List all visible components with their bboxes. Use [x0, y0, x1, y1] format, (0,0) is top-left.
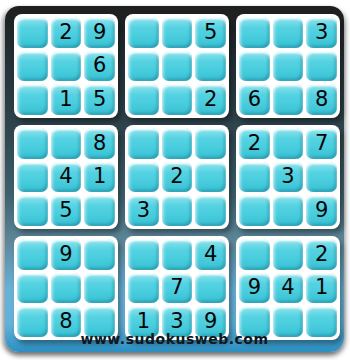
cell-r4c1[interactable]: [17, 128, 48, 159]
cell-r4c6[interactable]: [195, 128, 226, 159]
cell-r2c5[interactable]: [162, 51, 193, 82]
cell-r1c6[interactable]: 5: [195, 17, 226, 48]
website-url[interactable]: www.sudokusweb.com: [80, 331, 268, 347]
cell-r7c2[interactable]: 9: [51, 239, 82, 270]
cell-r2c3[interactable]: 6: [84, 51, 115, 82]
cell-r3c9[interactable]: 8: [306, 84, 337, 115]
cell-r2c9[interactable]: [306, 51, 337, 82]
cell-r4c7[interactable]: 2: [239, 128, 270, 159]
cell-r3c1[interactable]: [17, 84, 48, 115]
cell-r8c7[interactable]: 9: [239, 273, 270, 304]
cell-r5c8[interactable]: 3: [273, 162, 304, 193]
cell-r2c7[interactable]: [239, 51, 270, 82]
cell-r6c5[interactable]: [162, 195, 193, 226]
cell-r5c3[interactable]: 1: [84, 162, 115, 193]
cell-r7c8[interactable]: [273, 239, 304, 270]
cell-r4c8[interactable]: [273, 128, 304, 159]
cell-r8c5[interactable]: 7: [162, 273, 193, 304]
sudoku-box-5: 23: [125, 125, 229, 229]
cell-r1c1[interactable]: [17, 17, 48, 48]
cell-r1c3[interactable]: 9: [84, 17, 115, 48]
cell-r2c1[interactable]: [17, 51, 48, 82]
cell-r7c6[interactable]: 4: [195, 239, 226, 270]
cell-r3c8[interactable]: [273, 84, 304, 115]
sudoku-box-3: 368: [236, 14, 340, 118]
sudoku-box-8: 47139: [125, 236, 229, 340]
cell-r8c1[interactable]: [17, 273, 48, 304]
cell-r7c7[interactable]: [239, 239, 270, 270]
cell-r3c3[interactable]: 5: [84, 84, 115, 115]
cell-r5c5[interactable]: 2: [162, 162, 193, 193]
cell-r1c8[interactable]: [273, 17, 304, 48]
cell-r8c3[interactable]: [84, 273, 115, 304]
cell-r6c6[interactable]: [195, 195, 226, 226]
cell-r4c3[interactable]: 8: [84, 128, 115, 159]
cell-r6c4[interactable]: 3: [128, 195, 159, 226]
cell-r6c2[interactable]: 5: [51, 195, 82, 226]
cell-r5c9[interactable]: [306, 162, 337, 193]
cell-r8c9[interactable]: 1: [306, 273, 337, 304]
sudoku-box-7: 98: [14, 236, 118, 340]
cell-r5c4[interactable]: [128, 162, 159, 193]
sudoku-box-9: 2941: [236, 236, 340, 340]
footer: www.sudokusweb.com: [5, 329, 344, 348]
cell-r7c4[interactable]: [128, 239, 159, 270]
cell-r3c7[interactable]: 6: [239, 84, 270, 115]
cell-r6c3[interactable]: [84, 195, 115, 226]
cell-r3c6[interactable]: 2: [195, 84, 226, 115]
cell-r7c3[interactable]: [84, 239, 115, 270]
cell-r3c4[interactable]: [128, 84, 159, 115]
cell-r2c4[interactable]: [128, 51, 159, 82]
sudoku-box-1: 29615: [14, 14, 118, 118]
cell-r8c4[interactable]: [128, 273, 159, 304]
cell-r2c2[interactable]: [51, 51, 82, 82]
cell-r1c2[interactable]: 2: [51, 17, 82, 48]
cell-r3c2[interactable]: 1: [51, 84, 82, 115]
sudoku-box-6: 2739: [236, 125, 340, 229]
cell-r1c9[interactable]: 3: [306, 17, 337, 48]
cell-r6c8[interactable]: [273, 195, 304, 226]
page: 2961552368841523273998471392941 www.sudo…: [0, 0, 350, 360]
cell-r3c5[interactable]: [162, 84, 193, 115]
cell-r8c2[interactable]: [51, 273, 82, 304]
cell-r5c6[interactable]: [195, 162, 226, 193]
cell-r5c1[interactable]: [17, 162, 48, 193]
sudoku-box-2: 52: [125, 14, 229, 118]
cell-r4c2[interactable]: [51, 128, 82, 159]
cell-r6c9[interactable]: 9: [306, 195, 337, 226]
cell-r8c6[interactable]: [195, 273, 226, 304]
cell-r5c2[interactable]: 4: [51, 162, 82, 193]
cell-r6c1[interactable]: [17, 195, 48, 226]
cell-r6c7[interactable]: [239, 195, 270, 226]
cell-r8c8[interactable]: 4: [273, 273, 304, 304]
cell-r7c1[interactable]: [17, 239, 48, 270]
cell-r1c5[interactable]: [162, 17, 193, 48]
cell-r5c7[interactable]: [239, 162, 270, 193]
cell-r7c5[interactable]: [162, 239, 193, 270]
cell-r4c5[interactable]: [162, 128, 193, 159]
board-frame: 2961552368841523273998471392941 www.sudo…: [5, 6, 344, 352]
cell-r7c9[interactable]: 2: [306, 239, 337, 270]
sudoku-board: 2961552368841523273998471392941: [14, 14, 340, 340]
sudoku-box-4: 8415: [14, 125, 118, 229]
cell-r2c6[interactable]: [195, 51, 226, 82]
cell-r4c4[interactable]: [128, 128, 159, 159]
cell-r4c9[interactable]: 7: [306, 128, 337, 159]
cell-r1c7[interactable]: [239, 17, 270, 48]
cell-r2c8[interactable]: [273, 51, 304, 82]
cell-r1c4[interactable]: [128, 17, 159, 48]
